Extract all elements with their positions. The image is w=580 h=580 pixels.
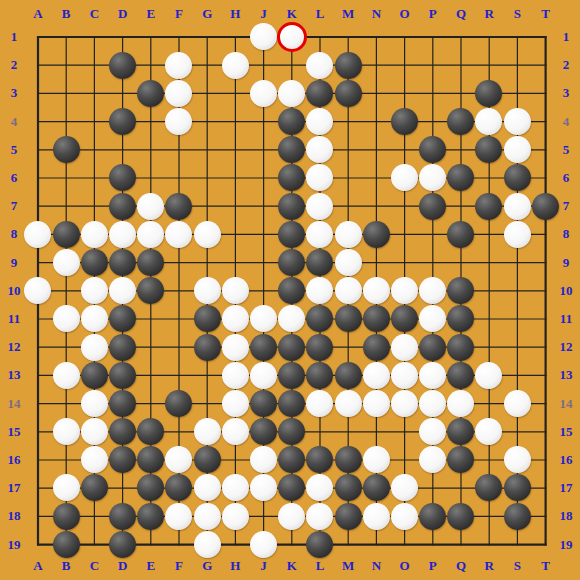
white-stone[interactable] [222, 503, 249, 530]
black-stone[interactable] [278, 221, 305, 248]
white-stone[interactable] [24, 277, 51, 304]
black-stone[interactable] [475, 193, 502, 220]
white-stone[interactable] [165, 80, 192, 107]
white-stone[interactable] [194, 221, 221, 248]
black-stone[interactable] [504, 474, 531, 501]
white-stone[interactable] [306, 277, 333, 304]
black-stone[interactable] [137, 418, 164, 445]
go-board[interactable]: ABCDEFGHJKLMNOPQRST ABCDEFGHJKLMNOPQRST … [0, 0, 580, 580]
black-stone[interactable] [278, 474, 305, 501]
black-stone[interactable] [278, 446, 305, 473]
black-stone[interactable] [137, 80, 164, 107]
black-stone[interactable] [278, 418, 305, 445]
white-stone[interactable] [278, 503, 305, 530]
black-stone[interactable] [335, 446, 362, 473]
white-stone[interactable] [194, 474, 221, 501]
black-stone[interactable] [363, 305, 390, 332]
white-stone[interactable] [475, 418, 502, 445]
black-stone[interactable] [278, 362, 305, 389]
black-stone[interactable] [447, 503, 474, 530]
white-stone[interactable] [335, 221, 362, 248]
black-stone[interactable] [278, 334, 305, 361]
white-stone[interactable] [504, 221, 531, 248]
black-stone[interactable] [306, 305, 333, 332]
black-stone[interactable] [109, 334, 136, 361]
black-stone[interactable] [447, 334, 474, 361]
black-stone[interactable] [363, 221, 390, 248]
black-stone[interactable] [109, 305, 136, 332]
black-stone[interactable] [306, 80, 333, 107]
white-stone[interactable] [363, 362, 390, 389]
black-stone[interactable] [391, 305, 418, 332]
white-stone[interactable] [504, 390, 531, 417]
black-stone[interactable] [165, 474, 192, 501]
white-stone[interactable] [306, 474, 333, 501]
black-stone[interactable] [250, 334, 277, 361]
white-stone[interactable] [194, 418, 221, 445]
black-stone[interactable] [250, 390, 277, 417]
white-stone[interactable] [419, 305, 446, 332]
white-stone[interactable] [250, 474, 277, 501]
white-stone[interactable] [250, 362, 277, 389]
black-stone[interactable] [447, 446, 474, 473]
black-stone[interactable] [137, 446, 164, 473]
white-stone[interactable] [222, 52, 249, 79]
white-stone[interactable] [475, 362, 502, 389]
black-stone[interactable] [447, 305, 474, 332]
black-stone[interactable] [335, 52, 362, 79]
white-stone[interactable] [222, 390, 249, 417]
white-stone[interactable] [137, 193, 164, 220]
black-stone[interactable] [335, 362, 362, 389]
black-stone[interactable] [53, 221, 80, 248]
black-stone[interactable] [278, 277, 305, 304]
black-stone[interactable] [109, 503, 136, 530]
black-stone[interactable] [53, 136, 80, 163]
black-stone[interactable] [475, 80, 502, 107]
black-stone[interactable] [250, 418, 277, 445]
black-stone[interactable] [447, 221, 474, 248]
white-stone[interactable] [419, 164, 446, 191]
white-stone[interactable] [53, 362, 80, 389]
white-stone[interactable] [165, 446, 192, 473]
white-stone[interactable] [391, 362, 418, 389]
black-stone[interactable] [306, 531, 333, 558]
white-stone[interactable] [335, 390, 362, 417]
white-stone[interactable] [306, 221, 333, 248]
black-stone[interactable] [137, 249, 164, 276]
black-stone[interactable] [419, 503, 446, 530]
white-stone[interactable] [165, 503, 192, 530]
white-stone[interactable] [53, 249, 80, 276]
black-stone[interactable] [81, 362, 108, 389]
white-stone[interactable] [419, 277, 446, 304]
white-stone[interactable] [306, 164, 333, 191]
white-stone[interactable] [419, 418, 446, 445]
white-stone[interactable] [109, 277, 136, 304]
white-stone[interactable] [81, 334, 108, 361]
white-stone[interactable] [391, 277, 418, 304]
white-stone[interactable] [53, 418, 80, 445]
white-stone[interactable] [250, 305, 277, 332]
white-stone[interactable] [419, 446, 446, 473]
black-stone[interactable] [194, 446, 221, 473]
white-stone[interactable] [53, 474, 80, 501]
black-stone[interactable] [53, 503, 80, 530]
black-stone[interactable] [137, 474, 164, 501]
white-stone[interactable] [137, 221, 164, 248]
black-stone[interactable] [278, 249, 305, 276]
white-stone[interactable] [363, 390, 390, 417]
black-stone[interactable] [109, 108, 136, 135]
white-stone[interactable] [419, 362, 446, 389]
white-stone[interactable] [222, 418, 249, 445]
white-stone[interactable] [391, 164, 418, 191]
black-stone[interactable] [363, 474, 390, 501]
black-stone[interactable] [109, 418, 136, 445]
white-stone[interactable] [278, 23, 305, 50]
white-stone[interactable] [194, 503, 221, 530]
white-stone[interactable] [194, 277, 221, 304]
white-stone[interactable] [81, 446, 108, 473]
black-stone[interactable] [532, 193, 559, 220]
black-stone[interactable] [109, 249, 136, 276]
white-stone[interactable] [222, 474, 249, 501]
white-stone[interactable] [278, 80, 305, 107]
black-stone[interactable] [165, 390, 192, 417]
white-stone[interactable] [504, 136, 531, 163]
white-stone[interactable] [81, 390, 108, 417]
white-stone[interactable] [222, 362, 249, 389]
white-stone[interactable] [335, 249, 362, 276]
white-stone[interactable] [335, 277, 362, 304]
black-stone[interactable] [53, 531, 80, 558]
white-stone[interactable] [306, 136, 333, 163]
black-stone[interactable] [81, 249, 108, 276]
black-stone[interactable] [335, 503, 362, 530]
black-stone[interactable] [447, 277, 474, 304]
white-stone[interactable] [391, 474, 418, 501]
white-stone[interactable] [81, 277, 108, 304]
white-stone[interactable] [391, 390, 418, 417]
black-stone[interactable] [278, 164, 305, 191]
black-stone[interactable] [278, 193, 305, 220]
white-stone[interactable] [363, 503, 390, 530]
black-stone[interactable] [109, 164, 136, 191]
black-stone[interactable] [109, 193, 136, 220]
white-stone[interactable] [222, 334, 249, 361]
white-stone[interactable] [306, 108, 333, 135]
white-stone[interactable] [306, 52, 333, 79]
black-stone[interactable] [447, 418, 474, 445]
black-stone[interactable] [419, 334, 446, 361]
black-stone[interactable] [109, 362, 136, 389]
black-stone[interactable] [335, 474, 362, 501]
black-stone[interactable] [278, 390, 305, 417]
white-stone[interactable] [306, 193, 333, 220]
black-stone[interactable] [165, 193, 192, 220]
white-stone[interactable] [109, 221, 136, 248]
white-stone[interactable] [53, 305, 80, 332]
black-stone[interactable] [194, 305, 221, 332]
white-stone[interactable] [81, 221, 108, 248]
white-stone[interactable] [165, 108, 192, 135]
white-stone[interactable] [250, 446, 277, 473]
black-stone[interactable] [335, 80, 362, 107]
white-stone[interactable] [81, 418, 108, 445]
white-stone[interactable] [250, 531, 277, 558]
white-stone[interactable] [504, 108, 531, 135]
black-stone[interactable] [306, 249, 333, 276]
black-stone[interactable] [137, 277, 164, 304]
white-stone[interactable] [306, 390, 333, 417]
black-stone[interactable] [278, 136, 305, 163]
white-stone[interactable] [363, 277, 390, 304]
white-stone[interactable] [278, 305, 305, 332]
white-stone[interactable] [504, 446, 531, 473]
white-stone[interactable] [81, 305, 108, 332]
black-stone[interactable] [475, 136, 502, 163]
black-stone[interactable] [335, 305, 362, 332]
white-stone[interactable] [419, 390, 446, 417]
white-stone[interactable] [504, 193, 531, 220]
black-stone[interactable] [504, 503, 531, 530]
last-move-marker [277, 22, 307, 52]
black-stone[interactable] [447, 164, 474, 191]
black-stone[interactable] [109, 531, 136, 558]
white-stone[interactable] [363, 446, 390, 473]
black-stone[interactable] [475, 474, 502, 501]
white-stone[interactable] [250, 80, 277, 107]
black-stone[interactable] [137, 503, 164, 530]
white-stone[interactable] [165, 52, 192, 79]
white-stone[interactable] [250, 23, 277, 50]
black-stone[interactable] [447, 108, 474, 135]
white-stone[interactable] [194, 531, 221, 558]
black-stone[interactable] [306, 334, 333, 361]
stones-layer [24, 23, 560, 559]
white-stone[interactable] [447, 390, 474, 417]
white-stone[interactable] [391, 334, 418, 361]
black-stone[interactable] [109, 446, 136, 473]
black-stone[interactable] [419, 136, 446, 163]
white-stone[interactable] [222, 277, 249, 304]
white-stone[interactable] [222, 305, 249, 332]
black-stone[interactable] [419, 193, 446, 220]
black-stone[interactable] [447, 362, 474, 389]
black-stone[interactable] [109, 390, 136, 417]
white-stone[interactable] [165, 221, 192, 248]
black-stone[interactable] [504, 164, 531, 191]
white-stone[interactable] [306, 503, 333, 530]
black-stone[interactable] [363, 334, 390, 361]
black-stone[interactable] [306, 362, 333, 389]
black-stone[interactable] [391, 108, 418, 135]
black-stone[interactable] [306, 446, 333, 473]
black-stone[interactable] [109, 52, 136, 79]
white-stone[interactable] [24, 221, 51, 248]
white-stone[interactable] [391, 503, 418, 530]
black-stone[interactable] [81, 474, 108, 501]
white-stone[interactable] [475, 108, 502, 135]
black-stone[interactable] [278, 108, 305, 135]
black-stone[interactable] [194, 334, 221, 361]
